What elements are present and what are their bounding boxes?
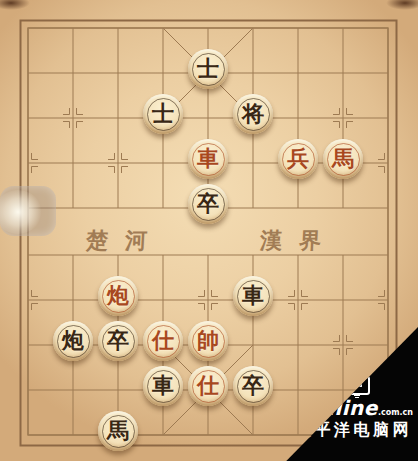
piece-black-士[interactable]: 士	[143, 94, 183, 134]
piece-character: 卒	[242, 375, 264, 398]
piece-character: 士	[197, 58, 219, 81]
piece-character: 車	[197, 148, 219, 171]
corner-smudge-left	[0, 0, 30, 10]
corner-smudge-right	[386, 0, 418, 10]
piece-character: 兵	[287, 148, 309, 171]
piece-red-帥[interactable]: 帥	[188, 321, 228, 361]
piece-character: 仕	[152, 330, 174, 353]
piece-red-炮[interactable]: 炮	[98, 276, 138, 316]
piece-character: 炮	[62, 330, 84, 353]
piece-character: 仕	[197, 375, 219, 398]
piece-black-車[interactable]: 車	[143, 366, 183, 406]
piece-red-車[interactable]: 車	[188, 139, 228, 179]
piece-black-馬[interactable]: 馬	[98, 411, 138, 451]
piece-red-仕[interactable]: 仕	[143, 321, 183, 361]
piece-black-車[interactable]: 車	[233, 276, 273, 316]
piece-black-卒[interactable]: 卒	[233, 366, 273, 406]
piece-red-仕[interactable]: 仕	[188, 366, 228, 406]
piece-black-卒[interactable]: 卒	[98, 321, 138, 361]
piece-character: 士	[152, 103, 174, 126]
piece-character: 卒	[107, 330, 129, 353]
piece-red-兵[interactable]: 兵	[278, 139, 318, 179]
piece-character: 卒	[197, 193, 219, 216]
river-label-chu-he: 楚河	[85, 226, 165, 256]
xiangqi-app-screen: 楚河 漢界 士士将車兵馬卒炮車炮卒仕帥車仕卒馬 PConline.com.cn …	[0, 0, 418, 461]
piece-red-馬[interactable]: 馬	[323, 139, 363, 179]
piece-character: 帥	[197, 330, 219, 353]
piece-character: 炮	[107, 285, 129, 308]
piece-black-士[interactable]: 士	[188, 49, 228, 89]
piece-black-炮[interactable]: 炮	[53, 321, 93, 361]
watermark-domain-text: .com.cn	[378, 408, 413, 417]
piece-character: 馬	[107, 420, 129, 443]
piece-character: 車	[242, 285, 264, 308]
river-label-han-jie: 漢界	[259, 226, 339, 256]
piece-character: 将	[242, 103, 264, 126]
piece-black-将[interactable]: 将	[233, 94, 273, 134]
piece-character: 馬	[332, 148, 354, 171]
piece-character: 車	[152, 375, 174, 398]
piece-black-卒[interactable]: 卒	[188, 184, 228, 224]
